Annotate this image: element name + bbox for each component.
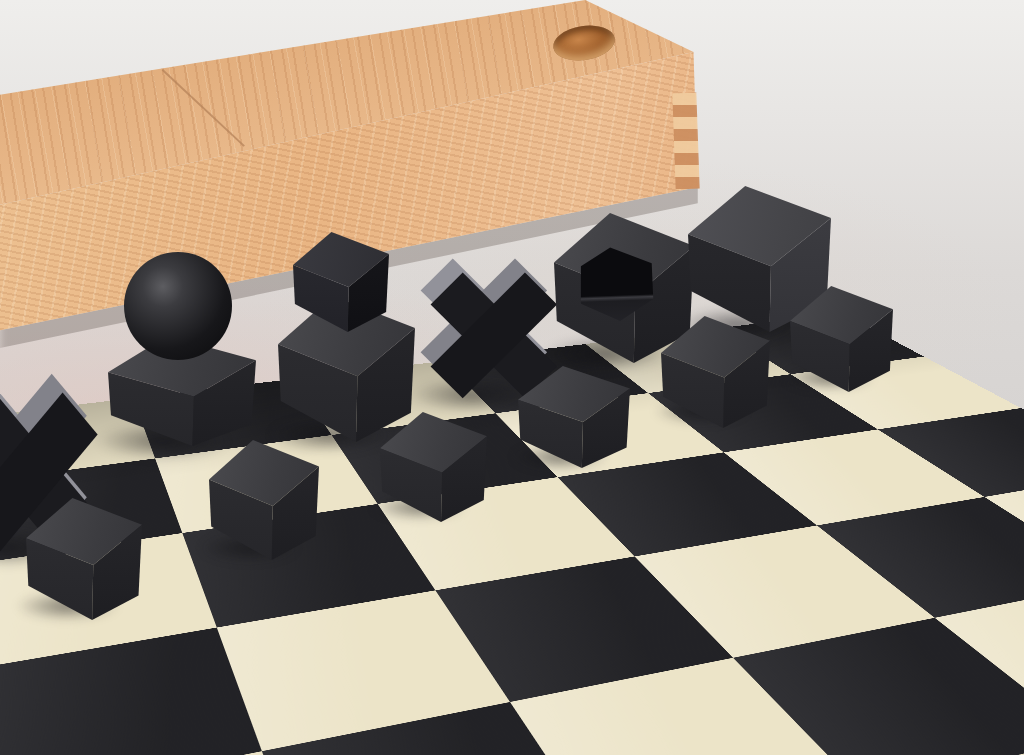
pawn-cube [790, 286, 893, 392]
queen-ball [124, 252, 232, 360]
piece-pawn-h7 [790, 286, 893, 392]
pawn-cube [380, 412, 487, 522]
piece-pawn-e7 [380, 412, 487, 522]
piece-pawn-g7 [661, 316, 770, 428]
piece-pawn-d7 [209, 440, 319, 560]
piece-pawn-f7 [518, 366, 630, 468]
piece-queen-d8 [106, 248, 258, 448]
piece-king-e8 [278, 230, 415, 442]
pawn-cube [518, 366, 630, 468]
pawn-cube [209, 440, 319, 560]
pawn-cube [661, 316, 770, 428]
piece-pawn-c7 [26, 498, 142, 620]
king-top-cube [293, 232, 389, 332]
photo-scene [0, 0, 1024, 755]
pawn-cube [26, 498, 142, 620]
